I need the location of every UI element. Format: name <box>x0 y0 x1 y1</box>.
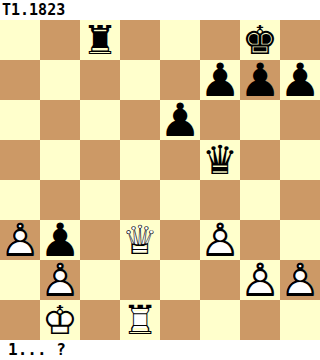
square-h6[interactable] <box>280 100 320 140</box>
piece-white-pawn-g2[interactable]: ♟♙ <box>240 260 280 300</box>
square-b1[interactable]: ♚♔ <box>40 300 80 340</box>
square-c6[interactable] <box>80 100 120 140</box>
chess-board: ♜♚♟♟♟♟♛♟♙♟♛♕♟♙♟♙♟♙♟♙♚♔♜♖ <box>0 20 320 340</box>
square-d3[interactable]: ♛♕ <box>120 220 160 260</box>
square-h1[interactable] <box>280 300 320 340</box>
square-f2[interactable] <box>200 260 240 300</box>
square-b2[interactable]: ♟♙ <box>40 260 80 300</box>
square-d6[interactable] <box>120 100 160 140</box>
piece-black-rook-c8[interactable]: ♜ <box>80 20 120 60</box>
square-a8[interactable] <box>0 20 40 60</box>
piece-black-pawn-f7[interactable]: ♟ <box>200 60 240 100</box>
square-c1[interactable] <box>80 300 120 340</box>
square-a5[interactable] <box>0 140 40 180</box>
square-g2[interactable]: ♟♙ <box>240 260 280 300</box>
square-e1[interactable] <box>160 300 200 340</box>
square-a1[interactable] <box>0 300 40 340</box>
piece-black-pawn-g7[interactable]: ♟ <box>240 60 280 100</box>
square-g1[interactable] <box>240 300 280 340</box>
square-h2[interactable]: ♟♙ <box>280 260 320 300</box>
square-e6[interactable]: ♟ <box>160 100 200 140</box>
square-c4[interactable] <box>80 180 120 220</box>
square-b5[interactable] <box>40 140 80 180</box>
square-a2[interactable] <box>0 260 40 300</box>
square-e4[interactable] <box>160 180 200 220</box>
square-h7[interactable]: ♟ <box>280 60 320 100</box>
square-g5[interactable] <box>240 140 280 180</box>
piece-white-pawn-h2[interactable]: ♟♙ <box>280 260 320 300</box>
piece-white-pawn-b2[interactable]: ♟♙ <box>40 260 80 300</box>
square-h5[interactable] <box>280 140 320 180</box>
piece-black-pawn-e6[interactable]: ♟ <box>160 100 200 140</box>
square-c7[interactable] <box>80 60 120 100</box>
piece-white-pawn-f3[interactable]: ♟♙ <box>200 220 240 260</box>
chess-puzzle-window: T1.1823 ♜♚♟♟♟♟♛♟♙♟♛♕♟♙♟♙♟♙♟♙♚♔♜♖ 1... ? <box>0 0 320 360</box>
square-b7[interactable] <box>40 60 80 100</box>
square-d7[interactable] <box>120 60 160 100</box>
square-g4[interactable] <box>240 180 280 220</box>
square-h4[interactable] <box>280 180 320 220</box>
square-f6[interactable] <box>200 100 240 140</box>
piece-black-queen-f5[interactable]: ♛ <box>200 140 240 180</box>
square-f3[interactable]: ♟♙ <box>200 220 240 260</box>
square-d5[interactable] <box>120 140 160 180</box>
square-d4[interactable] <box>120 180 160 220</box>
piece-white-pawn-a3[interactable]: ♟♙ <box>0 220 40 260</box>
square-e8[interactable] <box>160 20 200 60</box>
square-c5[interactable] <box>80 140 120 180</box>
piece-white-king-b1[interactable]: ♚♔ <box>40 300 80 340</box>
square-e2[interactable] <box>160 260 200 300</box>
square-d8[interactable] <box>120 20 160 60</box>
piece-white-queen-d3[interactable]: ♛♕ <box>120 220 160 260</box>
square-c3[interactable] <box>80 220 120 260</box>
piece-black-pawn-h7[interactable]: ♟ <box>280 60 320 100</box>
square-d2[interactable] <box>120 260 160 300</box>
piece-white-rook-d1[interactable]: ♜♖ <box>120 300 160 340</box>
square-d1[interactable]: ♜♖ <box>120 300 160 340</box>
square-b8[interactable] <box>40 20 80 60</box>
square-a7[interactable] <box>0 60 40 100</box>
square-f1[interactable] <box>200 300 240 340</box>
square-b6[interactable] <box>40 100 80 140</box>
square-f7[interactable]: ♟ <box>200 60 240 100</box>
square-c2[interactable] <box>80 260 120 300</box>
square-g7[interactable]: ♟ <box>240 60 280 100</box>
square-e3[interactable] <box>160 220 200 260</box>
square-a3[interactable]: ♟♙ <box>0 220 40 260</box>
square-c8[interactable]: ♜ <box>80 20 120 60</box>
square-a6[interactable] <box>0 100 40 140</box>
move-prompt: 1... ? <box>0 340 320 360</box>
square-e5[interactable] <box>160 140 200 180</box>
square-f5[interactable]: ♛ <box>200 140 240 180</box>
square-g6[interactable] <box>240 100 280 140</box>
